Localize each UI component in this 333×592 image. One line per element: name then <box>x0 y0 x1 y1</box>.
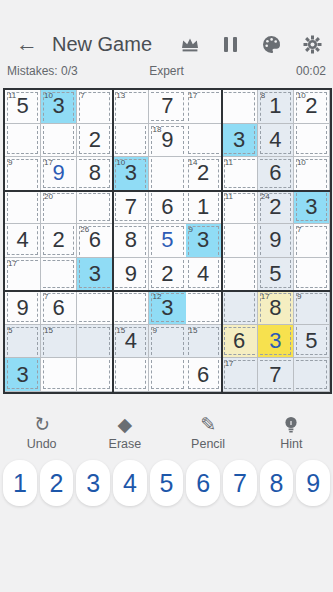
cell-r5c6[interactable]: 39 <box>186 224 222 258</box>
undo-label: Undo <box>27 437 57 451</box>
cage-sum: 15 <box>189 326 198 335</box>
cell-r4c8[interactable]: 224 <box>258 191 294 225</box>
cell-r9c2[interactable] <box>41 358 77 392</box>
cell-r9c5[interactable] <box>149 358 185 392</box>
cell-r6c4[interactable]: 9 <box>113 258 149 292</box>
cell-r2c1[interactable] <box>5 124 41 158</box>
cage-sum: 9 <box>189 225 193 234</box>
cage-sum: 11 <box>8 91 16 100</box>
cell-r6c2[interactable] <box>41 258 77 292</box>
cell-r3c7[interactable]: 11 <box>222 157 258 191</box>
cell-r5c9[interactable]: 7 <box>294 224 330 258</box>
cell-r9c9[interactable] <box>294 358 330 392</box>
cell-r5c8[interactable]: 9 <box>258 224 294 258</box>
cell-r8c5[interactable]: 9 <box>149 325 185 359</box>
cage-sum: 9 <box>297 292 301 301</box>
numpad-6[interactable]: 6 <box>186 460 220 506</box>
pencil-label: Pencil <box>191 437 225 451</box>
numpad-9[interactable]: 9 <box>296 460 330 506</box>
cell-r6c3[interactable]: 3 <box>77 258 113 292</box>
erase-button[interactable]: ◆ Erase <box>83 414 166 456</box>
cell-r5c3[interactable]: 626 <box>77 224 113 258</box>
gear-icon[interactable] <box>292 35 333 54</box>
cell-r8c3[interactable] <box>77 325 113 359</box>
bulb-icon <box>284 414 298 436</box>
cage-sum: 8 <box>261 91 265 100</box>
cell-r7c2[interactable]: 67 <box>41 291 77 325</box>
box-divider <box>5 290 330 292</box>
numpad-4[interactable]: 4 <box>113 460 147 506</box>
cage-sum: 7 <box>80 91 84 100</box>
cage-sum: 13 <box>116 91 125 100</box>
cell-r6c7[interactable] <box>222 258 258 292</box>
cell-r6c9[interactable] <box>294 258 330 292</box>
cell-r1c7[interactable] <box>222 90 258 124</box>
cell-r6c5[interactable]: 2 <box>149 258 185 292</box>
erase-label: Erase <box>109 437 142 451</box>
cell-r5c2[interactable]: 2 <box>41 224 77 258</box>
cell-r1c2[interactable]: 310 <box>41 90 77 124</box>
cage-sum: 15 <box>116 326 125 335</box>
cell-r5c4[interactable]: 8 <box>113 224 149 258</box>
cell-r2c8[interactable]: 4 <box>258 124 294 158</box>
cage-sum: 11 <box>225 158 233 167</box>
cell-r7c5[interactable]: 312 <box>149 291 185 325</box>
cell-r2c2[interactable] <box>41 124 77 158</box>
cell-r2c4[interactable] <box>113 124 149 158</box>
cell-r9c8[interactable]: 7 <box>258 358 294 392</box>
cell-r3c6[interactable]: 214 <box>186 157 222 191</box>
cell-r3c2[interactable]: 917 <box>41 157 77 191</box>
numpad-7[interactable]: 7 <box>223 460 257 506</box>
cell-r4c3[interactable] <box>77 191 113 225</box>
toolbar: ↺ Undo ◆ Erase ✎ Pencil Hint <box>0 414 333 456</box>
top-bar: ← New Game <box>0 26 333 62</box>
cell-r7c8[interactable]: 817 <box>258 291 294 325</box>
eraser-icon: ◆ <box>118 414 133 436</box>
cell-r8c9[interactable]: 5 <box>294 325 330 359</box>
cell-r8c4[interactable]: 415 <box>113 325 149 359</box>
cell-r1c1[interactable]: 511 <box>5 90 41 124</box>
cell-r4c4[interactable]: 7 <box>113 191 149 225</box>
cell-r3c1[interactable]: 9 <box>5 157 41 191</box>
numpad-1[interactable]: 1 <box>3 460 37 506</box>
cell-r7c7[interactable] <box>222 291 258 325</box>
cell-r8c6[interactable]: 15 <box>186 325 222 359</box>
pencil-button[interactable]: ✎ Pencil <box>167 414 250 456</box>
cell-r4c9[interactable]: 3 <box>294 191 330 225</box>
cell-r3c4[interactable]: 310 <box>113 157 149 191</box>
cell-r4c2[interactable]: 20 <box>41 191 77 225</box>
numpad-8[interactable]: 8 <box>260 460 294 506</box>
box-divider <box>221 90 223 392</box>
cell-r1c6[interactable]: 17 <box>186 90 222 124</box>
cell-r3c5[interactable] <box>149 157 185 191</box>
cage-sum: 18 <box>152 125 161 134</box>
cell-r2c6[interactable] <box>186 124 222 158</box>
cell-r9c3[interactable] <box>77 358 113 392</box>
status-bar: Mistakes: 0/3 Expert 00:02 <box>0 64 333 82</box>
page-title: New Game <box>52 33 152 56</box>
cage-sum: 14 <box>189 158 198 167</box>
palette-icon[interactable] <box>251 35 292 54</box>
undo-icon: ↺ <box>34 414 50 436</box>
timer: 00:02 <box>296 64 326 78</box>
cell-r9c4[interactable] <box>113 358 149 392</box>
pencil-icon: ✎ <box>200 414 216 436</box>
cage-sum: 9 <box>8 158 12 167</box>
cell-r7c6[interactable] <box>186 291 222 325</box>
cell-r8c2[interactable]: 15 <box>41 325 77 359</box>
cage-sum: 26 <box>80 225 89 234</box>
cell-r4c6[interactable]: 1 <box>186 191 222 225</box>
cage-sum: 10 <box>297 158 306 167</box>
cell-r2c7[interactable]: 3 <box>222 124 258 158</box>
cage-sum: 15 <box>44 326 53 335</box>
cell-r2c9[interactable] <box>294 124 330 158</box>
undo-button[interactable]: ↺ Undo <box>0 414 83 456</box>
cell-r3c3[interactable]: 8 <box>77 157 113 191</box>
cell-r9c1[interactable]: 3 <box>5 358 41 392</box>
cell-r5c7[interactable] <box>222 224 258 258</box>
box-divider <box>5 190 330 192</box>
cage-sum: 24 <box>261 192 270 201</box>
crown-icon[interactable] <box>169 36 210 53</box>
cell-r6c8[interactable]: 5 <box>258 258 294 292</box>
cage-sum: 9 <box>152 326 156 335</box>
cell-r4c1[interactable] <box>5 191 41 225</box>
pause-icon[interactable] <box>210 37 251 52</box>
cell-r7c9[interactable]: 9 <box>294 291 330 325</box>
cell-r1c8[interactable]: 18 <box>258 90 294 124</box>
cell-r1c3[interactable]: 7 <box>77 90 113 124</box>
board: 5113107137171821029183499178310214116102… <box>3 88 332 394</box>
cage-sum: 17 <box>261 292 270 301</box>
box-divider <box>112 90 114 392</box>
cage-sum: 17 <box>8 259 17 268</box>
cage-sum: 7 <box>297 225 301 234</box>
cage-sum: 17 <box>225 359 234 368</box>
cell-r7c3[interactable] <box>77 291 113 325</box>
cell-r6c6[interactable]: 4 <box>186 258 222 292</box>
numpad-2[interactable]: 2 <box>40 460 74 506</box>
cell-r8c1[interactable]: 5 <box>5 325 41 359</box>
cell-r5c5[interactable]: 5 <box>149 224 185 258</box>
cell-r4c5[interactable]: 6 <box>149 191 185 225</box>
cage-sum: 10 <box>297 91 306 100</box>
cell-r3c8[interactable]: 6 <box>258 157 294 191</box>
numpad-5[interactable]: 5 <box>150 460 184 506</box>
cage-sum: 10 <box>116 158 125 167</box>
cage-sum: 5 <box>8 326 12 335</box>
cell-r2c3[interactable]: 2 <box>77 124 113 158</box>
cage-sum: 11 <box>225 192 233 201</box>
cage-sum: 7 <box>44 292 48 301</box>
numpad-3[interactable]: 3 <box>76 460 110 506</box>
cage-sum: 17 <box>189 91 198 100</box>
cell-r3c9[interactable]: 10 <box>294 157 330 191</box>
hint-label: Hint <box>280 437 302 451</box>
cell-r1c9[interactable]: 210 <box>294 90 330 124</box>
difficulty-label: Expert <box>0 64 333 78</box>
cage-sum: 17 <box>44 158 53 167</box>
number-pad: 123456789 <box>3 460 330 506</box>
cell-r5c1[interactable]: 4 <box>5 224 41 258</box>
cage-sum: 10 <box>44 91 53 100</box>
cell-r1c5[interactable]: 7 <box>149 90 185 124</box>
cell-r4c7[interactable]: 11 <box>222 191 258 225</box>
cell-r9c7[interactable]: 17 <box>222 358 258 392</box>
cell-r7c1[interactable]: 9 <box>5 291 41 325</box>
back-icon[interactable]: ← <box>16 31 38 57</box>
cage-sum: 20 <box>44 192 53 201</box>
header-icons <box>169 35 333 54</box>
cell-r2c5[interactable]: 918 <box>149 124 185 158</box>
cell-r6c1[interactable]: 17 <box>5 258 41 292</box>
cell-r9c6[interactable]: 6 <box>186 358 222 392</box>
cell-r8c8[interactable]: 3 <box>258 325 294 359</box>
cell-r7c4[interactable] <box>113 291 149 325</box>
hint-button[interactable]: Hint <box>250 414 333 456</box>
cage-sum: 12 <box>152 292 161 301</box>
cell-r8c7[interactable]: 6 <box>222 325 258 359</box>
cell-r1c4[interactable]: 13 <box>113 90 149 124</box>
